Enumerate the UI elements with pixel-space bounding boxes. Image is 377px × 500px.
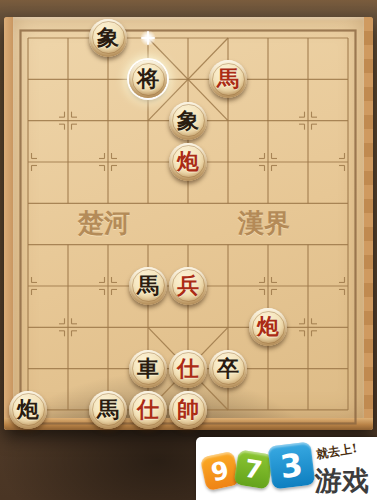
piece-red-cannon[interactable]: 炮 [249,308,287,346]
piece-label: 馬 [217,67,239,89]
piece-red-cannon[interactable]: 炮 [169,143,207,181]
piece-label: 卒 [217,357,239,379]
logo-brand-text: 游戏 [315,463,375,499]
piece-label: 炮 [177,150,199,172]
piece-red-advisor[interactable]: 仕 [129,391,167,429]
piece-label: 仕 [177,357,199,379]
piece-black-chariot[interactable]: 車 [129,350,167,388]
piece-red-soldier[interactable]: 兵 [169,267,207,305]
piece-label: 馬 [137,274,159,296]
piece-red-advisor[interactable]: 仕 [169,350,207,388]
xiangqi-app: 楚河 漢界 象将馬象炮馬兵炮車仕卒炮馬仕帥 9 7 3 就去上! 游戏 [0,0,377,500]
piece-black-horse[interactable]: 馬 [129,267,167,305]
logo-tile-7: 7 [233,449,273,489]
piece-red-horse[interactable]: 馬 [209,60,247,98]
piece-label: 炮 [257,315,279,337]
piece-label: 象 [177,109,199,131]
logo-tiles: 9 7 3 [196,437,316,500]
piece-label: 炮 [17,398,39,420]
piece-black-soldier[interactable]: 卒 [209,350,247,388]
piece-black-elephant[interactable]: 象 [169,102,207,140]
piece-label: 象 [97,26,119,48]
piece-label: 帥 [177,398,199,420]
logo-tile-9: 9 [200,451,240,491]
piece-black-elephant[interactable]: 象 [89,19,127,57]
piece-black-cannon[interactable]: 炮 [9,391,47,429]
piece-black-horse[interactable]: 馬 [89,391,127,429]
piece-label: 兵 [177,274,199,296]
logo-tile-3: 3 [268,442,316,490]
piece-label: 仕 [137,398,159,420]
973-games-logo[interactable]: 9 7 3 就去上! 游戏 [196,437,377,500]
piece-label: 将 [137,67,159,89]
pieces-grid: 象将馬象炮馬兵炮車仕卒炮馬仕帥 [8,17,368,430]
piece-black-general[interactable]: 将 [129,60,167,98]
logo-tagline: 就去上! [315,438,375,464]
piece-red-general[interactable]: 帥 [169,391,207,429]
piece-label: 車 [137,357,159,379]
piece-label: 馬 [97,398,119,420]
